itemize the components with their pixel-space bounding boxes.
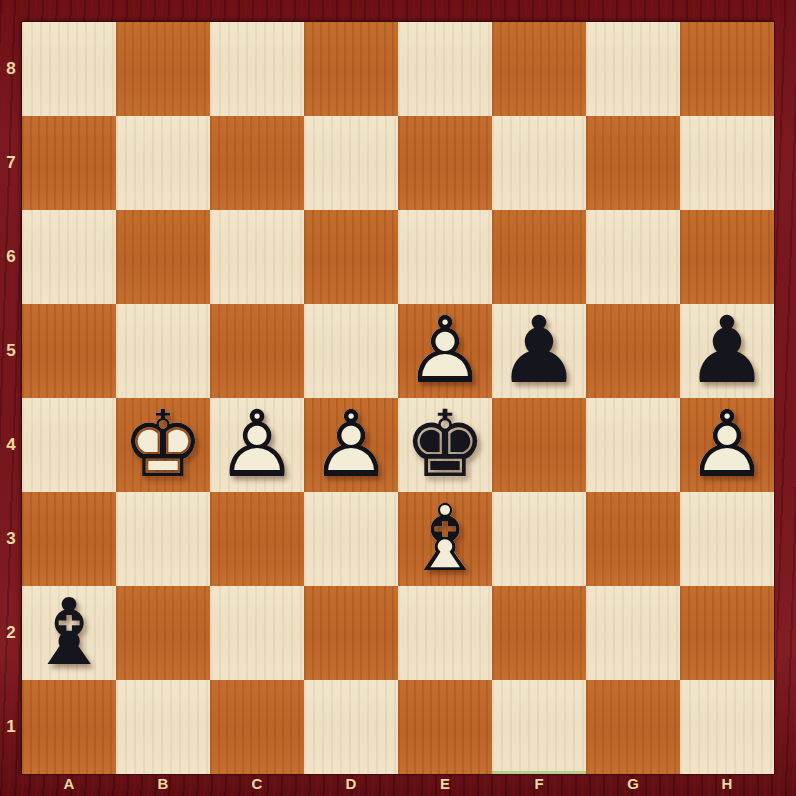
black-king-glyph: ♚ [398,398,492,492]
white-pawn-outline: ♙ [680,398,774,492]
piece-white-bishop[interactable]: ♝♗ [398,492,492,586]
piece-white-pawn[interactable]: ♟♙ [680,398,774,492]
square-c4[interactable]: ♟♙ [210,398,304,492]
square-d5[interactable] [304,304,398,398]
square-h5[interactable]: ♟ [680,304,774,398]
square-f6[interactable] [492,210,586,304]
piece-white-pawn[interactable]: ♟♙ [398,304,492,398]
square-e1[interactable] [398,680,492,774]
square-g3[interactable] [586,492,680,586]
black-pawn-glyph: ♟ [680,304,774,398]
file-label-A: A [22,773,116,796]
square-f8[interactable] [492,22,586,116]
chessboard-screenshot: ♟♙♟♟♚♔♟♙♟♙♚♟♙♝♗♝ 87654321 ABCDEFGH [0,0,796,796]
square-a2[interactable]: ♝ [22,586,116,680]
square-f2[interactable] [492,586,586,680]
square-a8[interactable] [22,22,116,116]
white-pawn-outline: ♙ [304,398,398,492]
piece-white-pawn[interactable]: ♟♙ [210,398,304,492]
square-g8[interactable] [586,22,680,116]
square-a7[interactable] [22,116,116,210]
square-b7[interactable] [116,116,210,210]
square-c5[interactable] [210,304,304,398]
square-g7[interactable] [586,116,680,210]
square-d8[interactable] [304,22,398,116]
square-f7[interactable] [492,116,586,210]
square-h7[interactable] [680,116,774,210]
square-a3[interactable] [22,492,116,586]
square-e7[interactable] [398,116,492,210]
rank-label-4: 4 [0,398,22,492]
square-g5[interactable] [586,304,680,398]
square-b8[interactable] [116,22,210,116]
piece-black-bishop[interactable]: ♝ [22,586,116,680]
rank-label-1: 1 [0,680,22,774]
chess-board: ♟♙♟♟♚♔♟♙♟♙♚♟♙♝♗♝ [22,22,774,774]
square-b6[interactable] [116,210,210,304]
square-g4[interactable] [586,398,680,492]
square-h3[interactable] [680,492,774,586]
square-e5[interactable]: ♟♙ [398,304,492,398]
rank-coordinates: 87654321 [0,22,22,774]
square-a6[interactable] [22,210,116,304]
white-pawn-outline: ♙ [398,304,492,398]
square-h8[interactable] [680,22,774,116]
square-e6[interactable] [398,210,492,304]
rank-label-8: 8 [0,22,22,116]
square-c1[interactable] [210,680,304,774]
piece-white-king[interactable]: ♚♔ [116,398,210,492]
square-b5[interactable] [116,304,210,398]
file-label-B: B [116,773,210,796]
square-b2[interactable] [116,586,210,680]
square-h1[interactable] [680,680,774,774]
square-c2[interactable] [210,586,304,680]
square-b3[interactable] [116,492,210,586]
file-label-D: D [304,773,398,796]
square-g1[interactable] [586,680,680,774]
square-e2[interactable] [398,586,492,680]
square-d4[interactable]: ♟♙ [304,398,398,492]
square-c8[interactable] [210,22,304,116]
square-f3[interactable] [492,492,586,586]
square-c3[interactable] [210,492,304,586]
square-a1[interactable] [22,680,116,774]
rank-label-2: 2 [0,586,22,680]
white-bishop-outline: ♗ [398,492,492,586]
piece-black-pawn[interactable]: ♟ [492,304,586,398]
rank-label-6: 6 [0,210,22,304]
square-c7[interactable] [210,116,304,210]
rank-label-5: 5 [0,304,22,398]
square-c6[interactable] [210,210,304,304]
white-king-outline: ♔ [116,398,210,492]
square-d3[interactable] [304,492,398,586]
square-b1[interactable] [116,680,210,774]
square-h6[interactable] [680,210,774,304]
file-label-H: H [680,773,774,796]
square-d1[interactable] [304,680,398,774]
file-label-F: F [492,773,586,796]
square-g6[interactable] [586,210,680,304]
square-e3[interactable]: ♝♗ [398,492,492,586]
black-bishop-glyph: ♝ [22,586,116,680]
square-h4[interactable]: ♟♙ [680,398,774,492]
white-pawn-outline: ♙ [210,398,304,492]
file-coordinates: ABCDEFGH [22,773,774,796]
square-d6[interactable] [304,210,398,304]
square-a4[interactable] [22,398,116,492]
square-a5[interactable] [22,304,116,398]
square-f5[interactable]: ♟ [492,304,586,398]
file-label-C: C [210,773,304,796]
square-f4[interactable] [492,398,586,492]
file-label-E: E [398,773,492,796]
rank-label-3: 3 [0,492,22,586]
black-pawn-glyph: ♟ [492,304,586,398]
square-b4[interactable]: ♚♔ [116,398,210,492]
square-f1[interactable] [492,680,586,774]
square-d2[interactable] [304,586,398,680]
piece-black-king[interactable]: ♚ [398,398,492,492]
square-d7[interactable] [304,116,398,210]
piece-black-pawn[interactable]: ♟ [680,304,774,398]
square-e8[interactable] [398,22,492,116]
piece-white-pawn[interactable]: ♟♙ [304,398,398,492]
rank-label-7: 7 [0,116,22,210]
square-h2[interactable] [680,586,774,680]
square-g2[interactable] [586,586,680,680]
square-e4[interactable]: ♚ [398,398,492,492]
file-label-G: G [586,773,680,796]
